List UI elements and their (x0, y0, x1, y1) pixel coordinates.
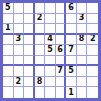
cell-r3c8[interactable] (77, 24, 88, 35)
cell-r8c3[interactable] (24, 77, 35, 88)
cell-r8c5[interactable] (45, 77, 56, 88)
cell-r3c5[interactable] (45, 24, 56, 35)
cell-r3c6[interactable] (56, 24, 67, 35)
cell-r6c1[interactable] (3, 56, 14, 67)
cell-r7c9[interactable] (87, 66, 98, 77)
cell-r7c6[interactable]: 7 (56, 66, 67, 77)
cell-r9c5[interactable] (45, 87, 56, 98)
cell-r9c6[interactable] (56, 87, 67, 98)
cell-r7c2[interactable] (14, 66, 25, 77)
cell-r3c9[interactable] (87, 24, 98, 35)
cell-r5c6[interactable]: 6 (56, 45, 67, 56)
cell-r9c1[interactable] (3, 87, 14, 98)
cell-r3c4[interactable] (35, 24, 46, 35)
cell-r5c5[interactable]: 5 (45, 45, 56, 56)
cell-r7c7[interactable]: 5 (66, 66, 77, 77)
cell-r7c1[interactable] (3, 66, 14, 77)
cell-r1c7[interactable]: 6 (66, 3, 77, 14)
cell-r1c5[interactable] (45, 3, 56, 14)
cell-r2c6[interactable] (56, 14, 67, 25)
cell-r1c9[interactable] (87, 3, 98, 14)
cell-r7c8[interactable] (77, 66, 88, 77)
cell-r5c4[interactable] (35, 45, 46, 56)
cell-r9c7[interactable]: 1 (66, 87, 77, 98)
cell-r3c1[interactable]: 1 (3, 24, 14, 35)
cell-r1c3[interactable] (24, 3, 35, 14)
cell-r6c6[interactable] (56, 56, 67, 67)
cell-r9c8[interactable] (77, 87, 88, 98)
cell-r1c1[interactable]: 5 (3, 3, 14, 14)
cell-r6c9[interactable] (87, 56, 98, 67)
cell-r8c4[interactable]: 8 (35, 77, 46, 88)
cell-r9c2[interactable] (14, 87, 25, 98)
cell-r6c7[interactable] (66, 56, 77, 67)
cell-r7c3[interactable] (24, 66, 35, 77)
cell-r4c5[interactable]: 4 (45, 35, 56, 46)
sudoku-board: 56231348256775281 (0, 0, 101, 101)
cell-r2c9[interactable] (87, 14, 98, 25)
cell-r9c4[interactable] (35, 87, 46, 98)
cell-r5c7[interactable]: 7 (66, 45, 77, 56)
cell-r8c9[interactable] (87, 77, 98, 88)
cell-r5c8[interactable] (77, 45, 88, 56)
cell-r2c3[interactable] (24, 14, 35, 25)
cell-r8c6[interactable] (56, 77, 67, 88)
cell-r8c7[interactable] (66, 77, 77, 88)
cell-r9c3[interactable] (24, 87, 35, 98)
cell-r4c4[interactable] (35, 35, 46, 46)
cell-r2c5[interactable] (45, 14, 56, 25)
cell-r2c4[interactable]: 2 (35, 14, 46, 25)
cell-r8c1[interactable] (3, 77, 14, 88)
cell-r2c1[interactable] (3, 14, 14, 25)
cell-r5c9[interactable] (87, 45, 98, 56)
cell-r5c2[interactable] (14, 45, 25, 56)
cell-r3c7[interactable] (66, 24, 77, 35)
cell-r4c8[interactable]: 8 (77, 35, 88, 46)
cell-r6c3[interactable] (24, 56, 35, 67)
cell-r6c4[interactable] (35, 56, 46, 67)
cell-r2c7[interactable] (66, 14, 77, 25)
cell-r4c7[interactable] (66, 35, 77, 46)
cell-r4c6[interactable] (56, 35, 67, 46)
cell-r7c4[interactable] (35, 66, 46, 77)
cell-r3c3[interactable] (24, 24, 35, 35)
cell-r1c6[interactable] (56, 3, 67, 14)
cell-r5c1[interactable] (3, 45, 14, 56)
cell-r6c2[interactable] (14, 56, 25, 67)
cell-r2c8[interactable]: 3 (77, 14, 88, 25)
cell-r7c5[interactable] (45, 66, 56, 77)
cell-r9c9[interactable] (87, 87, 98, 98)
cell-r4c1[interactable] (3, 35, 14, 46)
cell-r1c2[interactable] (14, 3, 25, 14)
cell-r5c3[interactable] (24, 45, 35, 56)
cell-r4c2[interactable]: 3 (14, 35, 25, 46)
cell-r6c8[interactable] (77, 56, 88, 67)
cell-r8c2[interactable]: 2 (14, 77, 25, 88)
cell-r4c9[interactable]: 2 (87, 35, 98, 46)
cell-r8c8[interactable] (77, 77, 88, 88)
cell-r1c4[interactable] (35, 3, 46, 14)
cell-r1c8[interactable] (77, 3, 88, 14)
cell-r6c5[interactable] (45, 56, 56, 67)
cell-r4c3[interactable] (24, 35, 35, 46)
cell-r3c2[interactable] (14, 24, 25, 35)
cell-r2c2[interactable] (14, 14, 25, 25)
